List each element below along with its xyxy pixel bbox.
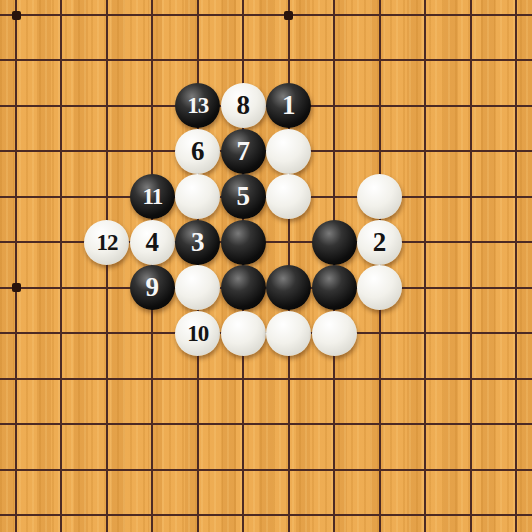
stone-white-6[interactable]: 6	[175, 129, 220, 174]
stone-white-10[interactable]: 10	[175, 311, 220, 356]
stone-black-9[interactable]: 9	[130, 265, 175, 310]
stone-number: 3	[191, 229, 205, 256]
stone-number: 4	[146, 229, 160, 256]
grid-line-vertical	[424, 0, 426, 532]
stone-black[interactable]	[312, 220, 357, 265]
grid-line-horizontal	[0, 59, 532, 61]
stone-black[interactable]	[312, 265, 357, 310]
grid-line-horizontal	[0, 514, 532, 516]
stone-number: 8	[237, 92, 251, 119]
star-point	[284, 11, 293, 20]
stone-white[interactable]	[357, 174, 402, 219]
grid-line-horizontal	[0, 378, 532, 380]
stone-number: 12	[96, 231, 117, 254]
stone-white[interactable]	[175, 174, 220, 219]
stone-number: 13	[187, 94, 208, 117]
grid-line-horizontal	[0, 14, 532, 16]
stone-number: 11	[142, 185, 162, 208]
grid-line-vertical	[470, 0, 472, 532]
stone-white[interactable]	[266, 174, 311, 219]
stone-black[interactable]	[221, 220, 266, 265]
grid-line-vertical	[106, 0, 108, 532]
stone-black-11[interactable]: 11	[130, 174, 175, 219]
stone-white[interactable]	[266, 129, 311, 174]
grid-line-horizontal	[0, 241, 532, 243]
grid-line-vertical	[515, 0, 517, 532]
stone-white[interactable]	[357, 265, 402, 310]
stone-number: 6	[191, 138, 205, 165]
stone-white-4[interactable]: 4	[130, 220, 175, 265]
stone-number: 2	[373, 229, 387, 256]
stone-black-13[interactable]: 13	[175, 83, 220, 128]
stone-black[interactable]	[221, 265, 266, 310]
star-point	[12, 283, 21, 292]
stone-number: 5	[237, 183, 251, 210]
stone-black-7[interactable]: 7	[221, 129, 266, 174]
stone-black[interactable]	[266, 265, 311, 310]
stone-white[interactable]	[266, 311, 311, 356]
stone-white[interactable]	[312, 311, 357, 356]
stone-number: 1	[282, 92, 296, 119]
star-point	[12, 11, 21, 20]
stone-black-5[interactable]: 5	[221, 174, 266, 219]
grid-line-vertical	[15, 0, 17, 532]
grid-line-vertical	[60, 0, 62, 532]
stone-number: 9	[146, 274, 160, 301]
stone-white-2[interactable]: 2	[357, 220, 402, 265]
grid-line-horizontal	[0, 469, 532, 471]
stone-white[interactable]	[221, 311, 266, 356]
go-board[interactable]: 13816711512432910	[0, 0, 532, 532]
stone-number: 7	[237, 138, 251, 165]
stone-black-3[interactable]: 3	[175, 220, 220, 265]
stone-black-1[interactable]: 1	[266, 83, 311, 128]
stone-white-8[interactable]: 8	[221, 83, 266, 128]
stone-white[interactable]	[175, 265, 220, 310]
stone-white-12[interactable]: 12	[84, 220, 129, 265]
stone-number: 10	[187, 322, 208, 345]
grid-line-horizontal	[0, 423, 532, 425]
